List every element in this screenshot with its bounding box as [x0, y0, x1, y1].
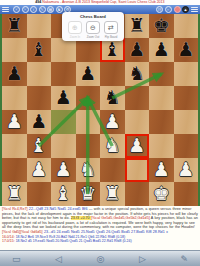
- piece-white-rook-e1[interactable]: ♜: [100, 182, 125, 206]
- square-f3[interactable]: ♟: [125, 134, 150, 158]
- variation-moves: 18.Ne2 d5 19.exd5 Nxd5 20.Nxd5 Qxd5 21.Q…: [16, 239, 132, 243]
- square-h3[interactable]: [174, 134, 199, 158]
- square-e6[interactable]: [100, 62, 125, 86]
- square-d4[interactable]: [76, 110, 101, 134]
- square-h8[interactable]: [174, 14, 199, 38]
- next-move-icon[interactable]: ▷: [139, 251, 146, 266]
- record-indicator[interactable]: [174, 6, 181, 13]
- square-b7[interactable]: ♝: [27, 38, 52, 62]
- piece-white-pawn-g2[interactable]: ♟: [149, 158, 174, 182]
- board-icon[interactable]: ▦: [47, 6, 54, 13]
- toolbar-right-buttons: @○: [156, 6, 172, 13]
- piece-black-rook-f8[interactable]: ♜: [125, 14, 150, 38]
- square-d3[interactable]: [76, 134, 101, 158]
- piece-white-rook-a1[interactable]: ♜: [2, 182, 27, 206]
- square-e4[interactable]: ♟: [100, 110, 125, 134]
- piece-black-pawn-g7[interactable]: ♟: [149, 38, 174, 62]
- bottom-toolbar: ▭◁◎▷✎: [0, 250, 200, 266]
- square-a5[interactable]: [2, 86, 27, 110]
- square-f1[interactable]: [125, 182, 150, 206]
- square-e3[interactable]: ♞: [100, 134, 125, 158]
- info-icon[interactable]: i: [30, 6, 37, 13]
- square-d6[interactable]: ♟: [76, 62, 101, 86]
- piece-white-pawn-a4[interactable]: ♟: [2, 110, 27, 134]
- annotate-icon[interactable]: ✎: [180, 251, 188, 266]
- piece-white-queen-d1[interactable]: ♛: [76, 182, 101, 206]
- toolbar-left-buttons: ‹›i✎▦♞⚙: [13, 6, 71, 13]
- piece-black-pawn-b4[interactable]: ♟: [27, 110, 52, 134]
- menu-right-icon[interactable]: [191, 7, 198, 12]
- square-a6[interactable]: ♟: [2, 62, 27, 86]
- square-b2[interactable]: ♟: [27, 158, 52, 182]
- square-h2[interactable]: ♟: [174, 158, 199, 182]
- board-grid: ♜♛♜♚♝♝♟♟♟♟♟♞♟♞♟♟♟♝♞♟♟♟♞♟♟♜♝♛♜♚: [2, 14, 198, 206]
- square-f6[interactable]: ♞: [125, 62, 150, 86]
- square-d1[interactable]: ♛: [76, 182, 101, 206]
- flip-board-icon[interactable]: ⇄: [104, 21, 118, 34]
- piece-white-pawn-e4[interactable]: ♟: [100, 110, 125, 134]
- chess-app-window: 494 Nakamura - Aronian 4-B 2013 Sinquefi…: [0, 0, 200, 266]
- square-h4[interactable]: [174, 110, 199, 134]
- square-b4[interactable]: ♟: [27, 110, 52, 134]
- popover-button-label: Zoom In: [68, 35, 83, 39]
- square-g3[interactable]: [149, 134, 174, 158]
- annotation-text: [%csl Rc4,Re7] 22...Qd8 23.Nd5 Nxd5 24.e…: [2, 207, 198, 235]
- square-c1[interactable]: ♝: [51, 182, 76, 206]
- square-g7[interactable]: ♟: [149, 38, 174, 62]
- square-g8[interactable]: ♚: [149, 14, 174, 38]
- popover-button-flip-board[interactable]: ⇄Flip Board: [104, 21, 119, 39]
- piece-black-pawn-f7[interactable]: ♟: [125, 38, 150, 62]
- square-d2[interactable]: ♞: [76, 158, 101, 182]
- piece-white-king-g1[interactable]: ♚: [149, 182, 174, 206]
- variation-lines: 16.0/14: 18.Nc2 Be6 19.Nce3 Rc8 20.Bd2 N…: [2, 235, 198, 244]
- square-h5[interactable]: [174, 86, 199, 110]
- square-c5[interactable]: ♟: [51, 86, 76, 110]
- square-b1[interactable]: [27, 182, 52, 206]
- square-d5[interactable]: [76, 86, 101, 110]
- autoplay-icon[interactable]: ◎: [97, 251, 105, 266]
- square-a1[interactable]: ♜: [2, 182, 27, 206]
- square-f4[interactable]: [125, 110, 150, 134]
- square-f5[interactable]: [125, 86, 150, 110]
- square-a4[interactable]: ♟: [2, 110, 27, 134]
- engine-icon[interactable]: @: [156, 6, 163, 13]
- annotation-segment[interactable]: [%csl Rc4,Re7]: [2, 207, 29, 211]
- square-h7[interactable]: ♟: [174, 38, 199, 62]
- piece-black-knight-e5[interactable]: ♞: [100, 86, 125, 110]
- square-e1[interactable]: ♜: [100, 182, 125, 206]
- square-g2[interactable]: ♟: [149, 158, 174, 182]
- square-e2[interactable]: [100, 158, 125, 182]
- annotation-segment[interactable]: 22...Qd8 23.Nd5 Nxd5 24.exd5 Bf6: [29, 207, 89, 211]
- square-h1[interactable]: [174, 182, 199, 206]
- square-h6[interactable]: [174, 62, 199, 86]
- square-c6[interactable]: [51, 62, 76, 86]
- forward-icon[interactable]: ›: [22, 6, 29, 13]
- square-f8[interactable]: ♜: [125, 14, 150, 38]
- square-g1[interactable]: ♚: [149, 182, 174, 206]
- annotation-segment[interactable]: 23...d5 24.exd5 Nxd5 25.Nxd5 Qxd5 26.Qxd…: [44, 230, 168, 234]
- piece-white-knight-e3[interactable]: ♞: [100, 134, 125, 158]
- zoom-out-icon[interactable]: ⊖: [86, 21, 100, 34]
- popover-button-label: Zoom Out: [86, 35, 101, 39]
- square-c4[interactable]: [51, 110, 76, 134]
- pieces-icon[interactable]: ♞: [56, 6, 63, 13]
- zoom-in-icon: ⊕: [68, 21, 82, 34]
- piece-white-pawn-h2[interactable]: ♟: [174, 158, 199, 182]
- keyboard-icon[interactable]: ▭: [12, 251, 21, 266]
- square-e5[interactable]: ♞: [100, 86, 125, 110]
- back-icon[interactable]: ‹: [13, 6, 20, 13]
- piece-black-knight-f6[interactable]: ♞: [125, 62, 150, 86]
- square-d7[interactable]: [76, 38, 101, 62]
- piece-white-pawn-c2[interactable]: ♟: [51, 158, 76, 182]
- annotation-panel[interactable]: [%csl Rc4,Re7] 22...Qd8 23.Nd5 Nxd5 24.e…: [0, 206, 200, 250]
- chess-board: ♜♛♜♚♝♝♟♟♟♟♟♞♟♞♟♟♟♝♞♟♟♟♞♟♟♜♝♛♜♚: [0, 14, 200, 206]
- piece-white-pawn-f3[interactable]: ♟: [125, 134, 150, 158]
- square-f7[interactable]: ♟: [125, 38, 150, 62]
- square-g4[interactable]: [149, 110, 174, 134]
- square-c2[interactable]: ♟: [51, 158, 76, 182]
- piece-black-bishop-b7[interactable]: ♝: [27, 38, 52, 62]
- square-b8[interactable]: [27, 14, 52, 38]
- popover-button-zoom-in: ⊕Zoom In: [68, 21, 83, 39]
- share-icon[interactable]: ▲: [182, 6, 189, 13]
- piece-black-pawn-d6[interactable]: ♟: [76, 62, 101, 86]
- piece-black-king-g8[interactable]: ♚: [149, 14, 174, 38]
- square-g5[interactable]: [149, 86, 174, 110]
- piece-white-bishop-b3[interactable]: ♝: [27, 134, 52, 158]
- square-a8[interactable]: ♜: [2, 14, 27, 38]
- piece-black-bishop-e7[interactable]: ♝: [100, 38, 125, 62]
- popover-button-zoom-out[interactable]: ⊖Zoom Out: [86, 21, 101, 39]
- piece-black-pawn-a6[interactable]: ♟: [2, 62, 27, 86]
- popover-title: Chess Board: [62, 14, 124, 19]
- square-g6[interactable]: [149, 62, 174, 86]
- popover-button-label: Flip Board: [104, 35, 119, 39]
- piece-black-pawn-c5[interactable]: ♟: [51, 86, 76, 110]
- edit-icon[interactable]: ✎: [39, 6, 46, 13]
- variation-moves: 18.Nc2 Be6 19.Nce3 Rc8 20.Bd2 Nd4 21.Re1…: [16, 235, 126, 239]
- square-c7[interactable]: [51, 38, 76, 62]
- variation-line[interactable]: 17.0/15: 18.Ne2 d5 19.exd5 Nxd5 20.Nxd5 …: [2, 239, 198, 243]
- square-e7[interactable]: ♝: [100, 38, 125, 62]
- square-b6[interactable]: [27, 62, 52, 86]
- annotation-segment[interactable]: [%cal Ge5d5,Ge4d5,Ge5b2,Gd1d5]: [91, 216, 151, 220]
- square-c3[interactable]: [51, 134, 76, 158]
- annotation-segment[interactable]: 23.f3 +0.70: [71, 216, 91, 220]
- square-a3[interactable]: [2, 134, 27, 158]
- variation-eval: 17.0/15:: [2, 239, 16, 243]
- square-a7[interactable]: [2, 38, 27, 62]
- popover-buttons: ⊕Zoom In⊖Zoom Out⇄Flip Board: [62, 21, 124, 39]
- square-a2[interactable]: [2, 158, 27, 182]
- square-b3[interactable]: ♝: [27, 134, 52, 158]
- prev-move-icon[interactable]: ◁: [55, 251, 62, 266]
- piece-black-pawn-h7[interactable]: ♟: [174, 38, 199, 62]
- square-b5[interactable]: [27, 86, 52, 110]
- menu-icon[interactable]: [2, 7, 9, 12]
- annotation-segment[interactable]: [%csl Gd5][%cal Gd6d5]: [2, 230, 44, 234]
- piece-white-pawn-b2[interactable]: ♟: [27, 158, 52, 182]
- piece-white-knight-d2[interactable]: ♞: [76, 158, 101, 182]
- piece-white-bishop-c1[interactable]: ♝: [51, 182, 76, 206]
- chess-board-popover: Chess Board ⊕Zoom In⊖Zoom Out⇄Flip Board: [62, 12, 124, 41]
- square-f2[interactable]: [125, 158, 150, 182]
- piece-black-rook-a8[interactable]: ♜: [2, 14, 27, 38]
- variation-eval: 16.0/14:: [2, 235, 16, 239]
- clock-icon[interactable]: ○: [165, 6, 172, 13]
